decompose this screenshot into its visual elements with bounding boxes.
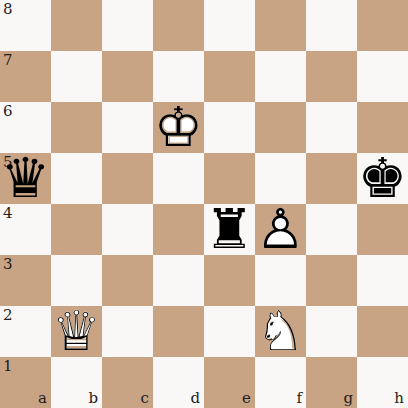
file-label-e: e bbox=[242, 391, 251, 406]
white-knight-outline-icon: ♘ bbox=[255, 306, 306, 357]
square-a2[interactable]: 2 bbox=[0, 306, 51, 357]
square-a1[interactable]: 1a bbox=[0, 357, 51, 408]
square-e4[interactable]: ♜ bbox=[204, 204, 255, 255]
square-h1[interactable]: h bbox=[357, 357, 408, 408]
square-c3[interactable] bbox=[102, 255, 153, 306]
chess-board: 876♚♔5♛♚4♜♟♙32♛♕♞♘1abcdefgh bbox=[0, 0, 408, 408]
square-a8[interactable]: 8 bbox=[0, 0, 51, 51]
square-e2[interactable] bbox=[204, 306, 255, 357]
file-label-g: g bbox=[343, 391, 353, 406]
piece-black-queen[interactable]: ♛ bbox=[0, 153, 51, 204]
square-f2[interactable]: ♞♘ bbox=[255, 306, 306, 357]
square-b4[interactable] bbox=[51, 204, 102, 255]
square-d8[interactable] bbox=[153, 0, 204, 51]
square-c7[interactable] bbox=[102, 51, 153, 102]
black-king-icon: ♚ bbox=[357, 153, 408, 204]
rank-label-3: 3 bbox=[3, 257, 13, 272]
square-g8[interactable] bbox=[306, 0, 357, 51]
square-h8[interactable] bbox=[357, 0, 408, 51]
square-f8[interactable] bbox=[255, 0, 306, 51]
square-d4[interactable] bbox=[153, 204, 204, 255]
piece-black-rook[interactable]: ♜ bbox=[204, 204, 255, 255]
black-rook-icon: ♜ bbox=[204, 204, 255, 255]
square-g5[interactable] bbox=[306, 153, 357, 204]
rank-label-7: 7 bbox=[3, 53, 13, 68]
rank-label-6: 6 bbox=[3, 104, 13, 119]
file-label-h: h bbox=[394, 391, 404, 406]
square-b7[interactable] bbox=[51, 51, 102, 102]
file-label-b: b bbox=[88, 391, 98, 406]
square-g3[interactable] bbox=[306, 255, 357, 306]
square-c8[interactable] bbox=[102, 0, 153, 51]
square-c5[interactable] bbox=[102, 153, 153, 204]
square-c2[interactable] bbox=[102, 306, 153, 357]
square-g7[interactable] bbox=[306, 51, 357, 102]
white-king-outline-icon: ♔ bbox=[153, 102, 204, 153]
square-d3[interactable] bbox=[153, 255, 204, 306]
square-a7[interactable]: 7 bbox=[0, 51, 51, 102]
square-a5[interactable]: 5♛ bbox=[0, 153, 51, 204]
square-e6[interactable] bbox=[204, 102, 255, 153]
square-a4[interactable]: 4 bbox=[0, 204, 51, 255]
square-b8[interactable] bbox=[51, 0, 102, 51]
square-d1[interactable]: d bbox=[153, 357, 204, 408]
square-d5[interactable] bbox=[153, 153, 204, 204]
square-b5[interactable] bbox=[51, 153, 102, 204]
piece-white-queen[interactable]: ♛♕ bbox=[51, 306, 102, 357]
square-b1[interactable]: b bbox=[51, 357, 102, 408]
square-f6[interactable] bbox=[255, 102, 306, 153]
piece-white-king[interactable]: ♚♔ bbox=[153, 102, 204, 153]
square-g4[interactable] bbox=[306, 204, 357, 255]
square-d2[interactable] bbox=[153, 306, 204, 357]
square-f7[interactable] bbox=[255, 51, 306, 102]
rank-label-1: 1 bbox=[3, 359, 13, 374]
square-e3[interactable] bbox=[204, 255, 255, 306]
square-b6[interactable] bbox=[51, 102, 102, 153]
square-f4[interactable]: ♟♙ bbox=[255, 204, 306, 255]
square-e8[interactable] bbox=[204, 0, 255, 51]
square-c1[interactable]: c bbox=[102, 357, 153, 408]
square-h4[interactable] bbox=[357, 204, 408, 255]
square-g2[interactable] bbox=[306, 306, 357, 357]
square-h3[interactable] bbox=[357, 255, 408, 306]
square-e1[interactable]: e bbox=[204, 357, 255, 408]
square-d6[interactable]: ♚♔ bbox=[153, 102, 204, 153]
file-label-c: c bbox=[141, 391, 149, 406]
square-a3[interactable]: 3 bbox=[0, 255, 51, 306]
square-e7[interactable] bbox=[204, 51, 255, 102]
file-label-f: f bbox=[296, 391, 302, 406]
square-b2[interactable]: ♛♕ bbox=[51, 306, 102, 357]
square-g1[interactable]: g bbox=[306, 357, 357, 408]
square-c6[interactable] bbox=[102, 102, 153, 153]
square-f1[interactable]: f bbox=[255, 357, 306, 408]
rank-label-8: 8 bbox=[3, 2, 13, 17]
square-h2[interactable] bbox=[357, 306, 408, 357]
white-pawn-outline-icon: ♙ bbox=[255, 204, 306, 255]
chess-board-wrapper: 876♚♔5♛♚4♜♟♙32♛♕♞♘1abcdefgh bbox=[0, 0, 408, 408]
square-c4[interactable] bbox=[102, 204, 153, 255]
piece-white-pawn[interactable]: ♟♙ bbox=[255, 204, 306, 255]
rank-label-4: 4 bbox=[3, 206, 13, 221]
white-queen-outline-icon: ♕ bbox=[51, 306, 102, 357]
square-h7[interactable] bbox=[357, 51, 408, 102]
square-h5[interactable]: ♚ bbox=[357, 153, 408, 204]
black-queen-icon: ♛ bbox=[0, 153, 51, 204]
file-label-d: d bbox=[190, 391, 200, 406]
rank-label-2: 2 bbox=[3, 308, 13, 323]
piece-black-king[interactable]: ♚ bbox=[357, 153, 408, 204]
file-label-a: a bbox=[38, 391, 47, 406]
square-g6[interactable] bbox=[306, 102, 357, 153]
piece-white-knight[interactable]: ♞♘ bbox=[255, 306, 306, 357]
